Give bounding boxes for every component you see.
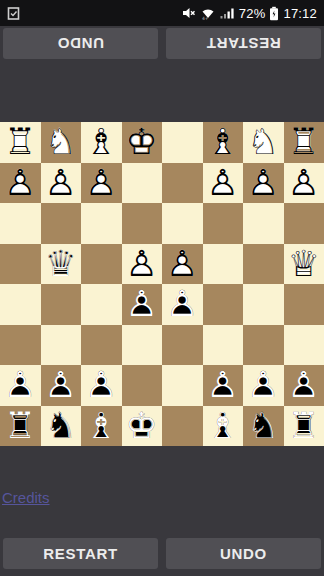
black-bishop-outline: ♗ [203, 406, 244, 447]
white-rook: ♜ [0, 122, 41, 163]
opponent-controls: UNDO RESTART [0, 28, 324, 59]
black-pawn-outline: ♙ [243, 365, 284, 406]
black-queen: ♛ [41, 244, 82, 285]
battery-percent-text: 72% [239, 6, 266, 21]
square-d8[interactable] [162, 406, 203, 447]
square-g1[interactable]: ♞♘ [41, 122, 82, 163]
white-bishop: ♝ [81, 122, 122, 163]
white-knight-outline: ♘ [243, 122, 284, 163]
white-bishop-outline: ♗ [81, 122, 122, 163]
white-pawn-outline: ♙ [284, 163, 324, 204]
black-pawn: ♟ [162, 284, 203, 325]
white-pawn: ♟ [243, 163, 284, 204]
black-rook-outline: ♖ [0, 406, 41, 447]
white-bishop: ♝ [203, 122, 244, 163]
white-pawn-outline: ♙ [41, 163, 82, 204]
black-pawn-outline: ♙ [162, 284, 203, 325]
black-king-outline: ♔ [122, 406, 163, 447]
signal-icon [220, 6, 235, 20]
square-g2[interactable]: ♟♙ [41, 163, 82, 204]
square-b1[interactable]: ♞♘ [243, 122, 284, 163]
wifi-icon: 4+ [200, 6, 216, 20]
black-pawn-outline: ♙ [203, 365, 244, 406]
status-bar: 4+ 72% 17:12 [0, 0, 324, 26]
white-pawn: ♟ [122, 244, 163, 285]
black-pawn: ♟ [81, 365, 122, 406]
white-pawn-outline: ♙ [0, 163, 41, 204]
black-pawn-outline: ♙ [284, 365, 324, 406]
square-g3[interactable] [41, 203, 82, 244]
black-pawn: ♟ [122, 284, 163, 325]
square-a6[interactable] [284, 325, 324, 366]
white-rook: ♜ [284, 122, 324, 163]
white-pawn: ♟ [284, 163, 324, 204]
white-pawn-outline: ♙ [122, 244, 163, 285]
square-d2[interactable] [162, 163, 203, 204]
square-e6[interactable] [122, 325, 163, 366]
undo-button[interactable]: UNDO [166, 538, 321, 569]
square-c3[interactable] [203, 203, 244, 244]
square-f1[interactable]: ♝♗ [81, 122, 122, 163]
square-b5[interactable] [243, 284, 284, 325]
square-f5[interactable] [81, 284, 122, 325]
black-bishop: ♝ [81, 406, 122, 447]
black-rook-outline: ♖ [284, 406, 324, 447]
white-knight: ♞ [243, 122, 284, 163]
chess-board: ♜♖♞♘♝♗♚♔♝♗♞♘♜♖♟♙♟♙♟♙♟♙♟♙♟♙♛♕♟♙♟♙♛♕♟♙♟♙♟♙… [0, 122, 324, 446]
white-queen-outline: ♕ [284, 244, 324, 285]
square-g6[interactable] [41, 325, 82, 366]
square-g8[interactable]: ♞♘ [41, 406, 82, 447]
black-pawn: ♟ [284, 365, 324, 406]
black-pawn: ♟ [243, 365, 284, 406]
battery-icon [269, 6, 279, 21]
square-c2[interactable]: ♟♙ [203, 163, 244, 204]
black-pawn-outline: ♙ [0, 365, 41, 406]
square-g4[interactable]: ♛♕ [41, 244, 82, 285]
square-c7[interactable]: ♟♙ [203, 365, 244, 406]
black-pawn-outline: ♙ [122, 284, 163, 325]
square-a1[interactable]: ♜♖ [284, 122, 324, 163]
square-a8[interactable]: ♜♖ [284, 406, 324, 447]
svg-text:4+: 4+ [202, 16, 209, 20]
square-a5[interactable] [284, 284, 324, 325]
restart-button[interactable]: RESTART [3, 538, 158, 569]
white-pawn-outline: ♙ [162, 244, 203, 285]
square-f7[interactable]: ♟♙ [81, 365, 122, 406]
square-f2[interactable]: ♟♙ [81, 163, 122, 204]
white-pawn: ♟ [162, 244, 203, 285]
black-pawn: ♟ [203, 365, 244, 406]
white-rook-outline: ♖ [0, 122, 41, 163]
status-bar-left [7, 6, 20, 21]
black-queen-outline: ♕ [41, 244, 82, 285]
status-bar-right: 4+ 72% 17:12 [181, 6, 317, 21]
square-b8[interactable]: ♞♘ [243, 406, 284, 447]
black-pawn: ♟ [41, 365, 82, 406]
black-knight: ♞ [41, 406, 82, 447]
square-f8[interactable]: ♝♗ [81, 406, 122, 447]
square-b7[interactable]: ♟♙ [243, 365, 284, 406]
black-knight-outline: ♘ [41, 406, 82, 447]
white-pawn-outline: ♙ [203, 163, 244, 204]
square-c4[interactable] [203, 244, 244, 285]
square-b3[interactable] [243, 203, 284, 244]
square-f4[interactable] [81, 244, 122, 285]
square-e2[interactable] [122, 163, 163, 204]
black-knight-outline: ♘ [243, 406, 284, 447]
square-h6[interactable] [0, 325, 41, 366]
square-b2[interactable]: ♟♙ [243, 163, 284, 204]
square-e4[interactable]: ♟♙ [122, 244, 163, 285]
square-g7[interactable]: ♟♙ [41, 365, 82, 406]
restart-button-top[interactable]: RESTART [166, 28, 321, 59]
credits-link[interactable]: Credits [2, 489, 50, 506]
square-e1[interactable]: ♚♔ [122, 122, 163, 163]
square-e8[interactable]: ♚♔ [122, 406, 163, 447]
white-pawn: ♟ [41, 163, 82, 204]
black-pawn: ♟ [0, 365, 41, 406]
square-a7[interactable]: ♟♙ [284, 365, 324, 406]
white-king-outline: ♔ [122, 122, 163, 163]
black-pawn-outline: ♙ [81, 365, 122, 406]
black-knight: ♞ [243, 406, 284, 447]
square-e3[interactable] [122, 203, 163, 244]
square-e7[interactable] [122, 365, 163, 406]
square-h4[interactable] [0, 244, 41, 285]
black-rook: ♜ [284, 406, 324, 447]
square-d3[interactable] [162, 203, 203, 244]
square-a3[interactable] [284, 203, 324, 244]
square-f3[interactable] [81, 203, 122, 244]
black-rook: ♜ [0, 406, 41, 447]
black-bishop-outline: ♗ [81, 406, 122, 447]
square-h5[interactable] [0, 284, 41, 325]
square-h7[interactable]: ♟♙ [0, 365, 41, 406]
white-king: ♚ [122, 122, 163, 163]
square-e5[interactable]: ♟♙ [122, 284, 163, 325]
square-c8[interactable]: ♝♗ [203, 406, 244, 447]
square-a4[interactable]: ♛♕ [284, 244, 324, 285]
square-d1[interactable] [162, 122, 203, 163]
square-h3[interactable] [0, 203, 41, 244]
square-g5[interactable] [41, 284, 82, 325]
black-pawn-outline: ♙ [41, 365, 82, 406]
square-b4[interactable] [243, 244, 284, 285]
square-c5[interactable] [203, 284, 244, 325]
black-bishop: ♝ [203, 406, 244, 447]
square-d5[interactable]: ♟♙ [162, 284, 203, 325]
mute-icon [181, 6, 196, 20]
square-d7[interactable] [162, 365, 203, 406]
checkbox-icon [7, 6, 20, 21]
square-h8[interactable]: ♜♖ [0, 406, 41, 447]
player-controls: RESTART UNDO [0, 538, 324, 569]
square-b6[interactable] [243, 325, 284, 366]
square-h1[interactable]: ♜♖ [0, 122, 41, 163]
white-pawn: ♟ [203, 163, 244, 204]
square-h2[interactable]: ♟♙ [0, 163, 41, 204]
white-pawn: ♟ [81, 163, 122, 204]
square-c6[interactable] [203, 325, 244, 366]
square-d6[interactable] [162, 325, 203, 366]
square-f6[interactable] [81, 325, 122, 366]
white-knight-outline: ♘ [41, 122, 82, 163]
square-a2[interactable]: ♟♙ [284, 163, 324, 204]
black-king: ♚ [122, 406, 163, 447]
white-pawn-outline: ♙ [81, 163, 122, 204]
square-c1[interactable]: ♝♗ [203, 122, 244, 163]
square-d4[interactable]: ♟♙ [162, 244, 203, 285]
white-bishop-outline: ♗ [203, 122, 244, 163]
white-pawn: ♟ [0, 163, 41, 204]
white-knight: ♞ [41, 122, 82, 163]
clock-text: 17:12 [283, 6, 317, 21]
white-pawn-outline: ♙ [243, 163, 284, 204]
undo-button-top[interactable]: UNDO [3, 28, 158, 59]
phone-screen: 4+ 72% 17:12 UNDO RESTART ♜♖♞♘♝♗♚♔♝♗♞♘♜♖… [0, 0, 324, 576]
white-rook-outline: ♖ [284, 122, 324, 163]
white-queen: ♛ [284, 244, 324, 285]
